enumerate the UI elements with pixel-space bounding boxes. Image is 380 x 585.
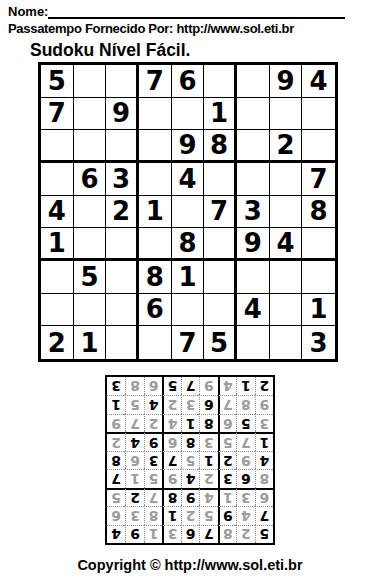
solution-cell: 3 bbox=[218, 469, 236, 487]
puzzle-cell-empty[interactable] bbox=[74, 294, 107, 327]
solution-cell: 2 bbox=[236, 525, 254, 543]
solution-cell: 5 bbox=[144, 469, 162, 487]
solution-cell: 3 bbox=[162, 525, 180, 543]
puzzle-cell-given: 3 bbox=[302, 326, 335, 359]
puzzle-cell-empty[interactable] bbox=[74, 65, 107, 98]
puzzle-cell-given: 9 bbox=[270, 65, 303, 98]
solution-cell: 9 bbox=[125, 525, 143, 543]
solution-cell: 3 bbox=[125, 506, 143, 524]
solution-cell: 1 bbox=[218, 488, 236, 506]
solution-cell: 6 bbox=[162, 432, 180, 450]
puzzle-cell-given: 2 bbox=[270, 130, 303, 163]
solution-cell: 4 bbox=[107, 525, 125, 543]
solution-cell: 2 bbox=[199, 469, 217, 487]
solution-cell: 5 bbox=[255, 525, 273, 543]
solution-cell: 2 bbox=[107, 432, 125, 450]
puzzle-cell-empty[interactable] bbox=[204, 65, 237, 98]
puzzle-cell-empty[interactable] bbox=[106, 130, 139, 163]
puzzle-cell-given: 8 bbox=[139, 261, 172, 294]
solution-cell: 7 bbox=[144, 488, 162, 506]
puzzle-cell-given: 9 bbox=[172, 130, 205, 163]
solution-cell: 5 bbox=[218, 432, 236, 450]
puzzle-cell-empty[interactable] bbox=[139, 130, 172, 163]
puzzle-cell-given: 7 bbox=[302, 163, 335, 196]
puzzle-cell-given: 8 bbox=[302, 196, 335, 229]
puzzle-cell-given: 6 bbox=[172, 65, 205, 98]
solution-cell: 1 bbox=[162, 506, 180, 524]
solution-cell: 5 bbox=[107, 488, 125, 506]
copyright-text: Copyright © http://www.sol.eti.br bbox=[0, 557, 380, 573]
solution-cell: 4 bbox=[181, 469, 199, 487]
solution-cell: 9 bbox=[107, 414, 125, 432]
puzzle-cell-empty[interactable] bbox=[41, 130, 74, 163]
puzzle-cell-empty[interactable] bbox=[237, 261, 270, 294]
solution-cell: 8 bbox=[125, 377, 143, 395]
puzzle-cell-empty[interactable] bbox=[270, 98, 303, 131]
sudoku-solution-grid-rotated: 5287631947495218366314987258632495174921… bbox=[105, 375, 275, 545]
puzzle-cell-empty[interactable] bbox=[204, 163, 237, 196]
puzzle-cell-empty[interactable] bbox=[270, 163, 303, 196]
puzzle-cell-given: 1 bbox=[139, 196, 172, 229]
puzzle-cell-empty[interactable] bbox=[139, 163, 172, 196]
puzzle-cell-given: 7 bbox=[172, 326, 205, 359]
solution-cell: 4 bbox=[236, 506, 254, 524]
puzzle-cell-empty[interactable] bbox=[302, 98, 335, 131]
solution-cell: 3 bbox=[181, 395, 199, 413]
name-row: Nome: bbox=[8, 3, 345, 19]
solution-cell: 2 bbox=[181, 506, 199, 524]
solution-cell: 7 bbox=[236, 432, 254, 450]
sudoku-puzzle-grid[interactable]: 576947919826347421738189458164121753 bbox=[38, 62, 338, 362]
puzzle-cell-given: 9 bbox=[237, 228, 270, 261]
solution-cell: 4 bbox=[144, 395, 162, 413]
solution-cell: 1 bbox=[125, 469, 143, 487]
solution-cell: 1 bbox=[236, 377, 254, 395]
provided-by-text: Passatempo Fornecido Por: http://www.sol… bbox=[8, 21, 294, 36]
puzzle-cell-given: 7 bbox=[204, 196, 237, 229]
solution-cell: 8 bbox=[236, 395, 254, 413]
solution-cell: 6 bbox=[181, 525, 199, 543]
solution-cell: 2 bbox=[125, 488, 143, 506]
solution-cell: 8 bbox=[181, 432, 199, 450]
solution-cell: 6 bbox=[125, 451, 143, 469]
solution-cell: 8 bbox=[144, 506, 162, 524]
solution-cell: 9 bbox=[218, 506, 236, 524]
puzzle-cell-empty[interactable] bbox=[270, 326, 303, 359]
solution-cell: 3 bbox=[236, 488, 254, 506]
puzzle-cell-given: 1 bbox=[302, 294, 335, 327]
solution-cell: 1 bbox=[107, 395, 125, 413]
puzzle-cell-given: 7 bbox=[139, 65, 172, 98]
puzzle-cell-given: 2 bbox=[41, 326, 74, 359]
solution-cell: 9 bbox=[162, 469, 180, 487]
puzzle-cell-given: 6 bbox=[74, 163, 107, 196]
solution-cell: 9 bbox=[181, 488, 199, 506]
solution-cell: 8 bbox=[107, 451, 125, 469]
puzzle-cell-given: 9 bbox=[106, 98, 139, 131]
solution-cell: 6 bbox=[144, 377, 162, 395]
solution-cell: 3 bbox=[107, 377, 125, 395]
puzzle-cell-empty[interactable] bbox=[237, 163, 270, 196]
solution-cell: 6 bbox=[218, 414, 236, 432]
solution-cell: 7 bbox=[218, 395, 236, 413]
puzzle-cell-empty[interactable] bbox=[106, 228, 139, 261]
solution-cell: 1 bbox=[181, 414, 199, 432]
solution-cell: 7 bbox=[199, 525, 217, 543]
puzzle-cell-empty[interactable] bbox=[270, 261, 303, 294]
solution-cell: 8 bbox=[199, 414, 217, 432]
puzzle-cell-given: 1 bbox=[204, 98, 237, 131]
solution-cell: 4 bbox=[125, 432, 143, 450]
puzzle-cell-empty[interactable] bbox=[41, 294, 74, 327]
puzzle-cell-given: 6 bbox=[139, 294, 172, 327]
solution-cell: 8 bbox=[218, 525, 236, 543]
puzzle-cell-empty[interactable] bbox=[237, 98, 270, 131]
solution-cell: 1 bbox=[144, 525, 162, 543]
puzzle-cell-empty[interactable] bbox=[106, 294, 139, 327]
puzzle-cell-given: 1 bbox=[74, 326, 107, 359]
solution-cell: 9 bbox=[199, 377, 217, 395]
puzzle-cell-empty[interactable] bbox=[302, 261, 335, 294]
puzzle-cell-empty[interactable] bbox=[204, 261, 237, 294]
solution-cell: 9 bbox=[255, 395, 273, 413]
solution-cell: 3 bbox=[144, 451, 162, 469]
solution-cell: 9 bbox=[144, 432, 162, 450]
puzzle-cell-given: 4 bbox=[302, 65, 335, 98]
puzzle-cell-given: 8 bbox=[172, 228, 205, 261]
puzzle-cell-empty[interactable] bbox=[139, 98, 172, 131]
puzzle-cell-given: 4 bbox=[41, 196, 74, 229]
solution-cell: 9 bbox=[236, 451, 254, 469]
puzzle-cell-empty[interactable] bbox=[139, 326, 172, 359]
puzzle-cell-empty[interactable] bbox=[41, 163, 74, 196]
puzzle-cell-given: 4 bbox=[172, 163, 205, 196]
solution-cell: 5 bbox=[162, 377, 180, 395]
solution-cell: 5 bbox=[236, 414, 254, 432]
puzzle-cell-given: 5 bbox=[204, 326, 237, 359]
puzzle-cell-empty[interactable] bbox=[172, 98, 205, 131]
puzzle-cell-given: 7 bbox=[41, 98, 74, 131]
puzzle-cell-empty[interactable] bbox=[270, 294, 303, 327]
puzzle-cell-empty[interactable] bbox=[204, 294, 237, 327]
puzzle-cell-empty[interactable] bbox=[204, 228, 237, 261]
puzzle-cell-given: 2 bbox=[106, 196, 139, 229]
puzzle-cell-empty[interactable] bbox=[74, 196, 107, 229]
solution-cell: 4 bbox=[199, 488, 217, 506]
solution-cell: 2 bbox=[144, 414, 162, 432]
solution-cell: 7 bbox=[255, 506, 273, 524]
solution-cell: 7 bbox=[162, 451, 180, 469]
puzzle-cell-empty[interactable] bbox=[237, 326, 270, 359]
solution-cell: 3 bbox=[199, 432, 217, 450]
puzzle-cell-given: 3 bbox=[237, 196, 270, 229]
puzzle-cell-empty[interactable] bbox=[106, 326, 139, 359]
solution-cell: 7 bbox=[107, 469, 125, 487]
puzzle-cell-empty[interactable] bbox=[74, 98, 107, 131]
solution-cell: 6 bbox=[255, 488, 273, 506]
puzzle-cell-given: 1 bbox=[172, 261, 205, 294]
worksheet-page: Nome: Passatempo Fornecido Por: http://w… bbox=[0, 0, 380, 585]
solution-cell: 2 bbox=[255, 377, 273, 395]
puzzle-cell-empty[interactable] bbox=[74, 228, 107, 261]
puzzle-cell-given: 8 bbox=[204, 130, 237, 163]
puzzle-cell-empty[interactable] bbox=[74, 130, 107, 163]
solution-cell: 5 bbox=[199, 506, 217, 524]
name-blank-line bbox=[48, 3, 345, 19]
puzzle-cell-given: 3 bbox=[106, 163, 139, 196]
page-title: Sudoku Nível Fácil. bbox=[30, 40, 190, 61]
puzzle-cell-empty[interactable] bbox=[302, 130, 335, 163]
puzzle-cell-given: 4 bbox=[270, 228, 303, 261]
puzzle-cell-empty[interactable] bbox=[106, 261, 139, 294]
solution-cell: 7 bbox=[181, 377, 199, 395]
solution-cell: 3 bbox=[255, 414, 273, 432]
puzzle-cell-empty[interactable] bbox=[139, 228, 172, 261]
solution-cell: 6 bbox=[107, 506, 125, 524]
solution-cell: 6 bbox=[199, 395, 217, 413]
solution-cell: 8 bbox=[255, 469, 273, 487]
puzzle-cell-empty[interactable] bbox=[270, 196, 303, 229]
puzzle-cell-empty[interactable] bbox=[106, 65, 139, 98]
solution-cell: 5 bbox=[181, 451, 199, 469]
solution-cell: 6 bbox=[236, 469, 254, 487]
puzzle-cell-empty[interactable] bbox=[172, 196, 205, 229]
solution-cell: 4 bbox=[255, 451, 273, 469]
puzzle-cell-empty[interactable] bbox=[41, 261, 74, 294]
solution-cell: 7 bbox=[125, 414, 143, 432]
solution-cell: 4 bbox=[162, 414, 180, 432]
solution-cell: 5 bbox=[125, 395, 143, 413]
solution-cell: 2 bbox=[162, 395, 180, 413]
solution-cell: 1 bbox=[255, 432, 273, 450]
puzzle-cell-given: 4 bbox=[237, 294, 270, 327]
puzzle-cell-empty[interactable] bbox=[237, 65, 270, 98]
solution-cell: 8 bbox=[162, 488, 180, 506]
puzzle-cell-given: 5 bbox=[41, 65, 74, 98]
puzzle-cell-empty[interactable] bbox=[237, 130, 270, 163]
name-label: Nome: bbox=[8, 4, 48, 19]
solution-cell: 2 bbox=[218, 451, 236, 469]
puzzle-cell-given: 1 bbox=[41, 228, 74, 261]
puzzle-cell-given: 5 bbox=[74, 261, 107, 294]
solution-cell: 1 bbox=[199, 451, 217, 469]
puzzle-cell-empty[interactable] bbox=[172, 294, 205, 327]
solution-cell: 4 bbox=[218, 377, 236, 395]
puzzle-cell-empty[interactable] bbox=[302, 228, 335, 261]
